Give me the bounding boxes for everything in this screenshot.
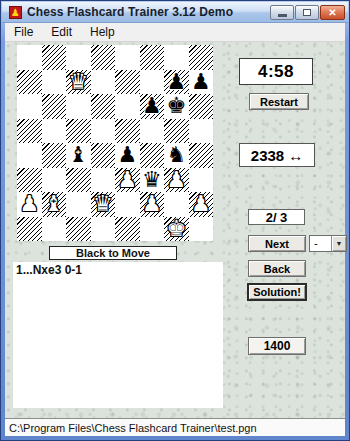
- menu-file[interactable]: File: [5, 23, 42, 41]
- square-e4[interactable]: ♟: [115, 143, 140, 168]
- maximize-icon: [303, 9, 311, 16]
- square-a1[interactable]: [17, 217, 42, 242]
- square-b2[interactable]: ♝: [42, 192, 67, 217]
- square-c6[interactable]: [66, 94, 91, 119]
- timer-display: 4:58: [239, 58, 313, 85]
- square-b5[interactable]: [42, 119, 67, 144]
- square-e5[interactable]: [115, 119, 140, 144]
- square-a2[interactable]: ♟: [17, 192, 42, 217]
- square-e3[interactable]: ♟: [115, 168, 140, 193]
- square-f3[interactable]: ♛: [140, 168, 165, 193]
- menu-edit[interactable]: Edit: [42, 23, 81, 41]
- square-d2[interactable]: ♛: [91, 192, 116, 217]
- close-button[interactable]: ✕: [320, 5, 345, 20]
- square-g2[interactable]: [164, 192, 189, 217]
- status-path: C:\Program Files\Chess Flashcard Trainer…: [9, 422, 257, 434]
- piece-white-queen-c7[interactable]: ♛: [68, 70, 88, 94]
- square-e1[interactable]: [115, 217, 140, 242]
- square-c1[interactable]: [66, 217, 91, 242]
- square-d4[interactable]: [91, 143, 116, 168]
- left-right-arrow-icon: ↔: [288, 147, 303, 164]
- puzzle-rating-display: 2338 ↔: [239, 143, 315, 167]
- square-g3[interactable]: ♟: [164, 168, 189, 193]
- square-g7[interactable]: ♟: [164, 70, 189, 95]
- square-d6[interactable]: [91, 94, 116, 119]
- app-window: ♟ Chess Flashcard Trainer 3.12 Demo ✕ Fi…: [0, 0, 350, 441]
- menu-help[interactable]: Help: [81, 23, 124, 41]
- next-button[interactable]: Next: [248, 235, 306, 252]
- square-b1[interactable]: [42, 217, 67, 242]
- chevron-down-icon[interactable]: ▼: [331, 236, 346, 251]
- square-c4[interactable]: ♝: [66, 143, 91, 168]
- square-h5[interactable]: [189, 119, 214, 144]
- piece-black-king-g6[interactable]: ♚: [166, 94, 186, 118]
- status-bar: C:\Program Files\Chess Flashcard Trainer…: [5, 418, 345, 436]
- square-h7[interactable]: ♟: [189, 70, 214, 95]
- square-e8[interactable]: [115, 45, 140, 70]
- square-d5[interactable]: [91, 119, 116, 144]
- move-list[interactable]: 1...Nxe3 0-1: [13, 262, 223, 408]
- maximize-button[interactable]: [295, 5, 319, 20]
- square-g6[interactable]: ♚: [164, 94, 189, 119]
- square-b7[interactable]: [42, 70, 67, 95]
- square-c8[interactable]: [66, 45, 91, 70]
- puzzle-rating-value: 2338: [251, 147, 284, 164]
- app-icon: ♟: [9, 6, 22, 19]
- square-c7[interactable]: ♛: [66, 70, 91, 95]
- square-f7[interactable]: [140, 70, 165, 95]
- piece-black-pawn-e4[interactable]: ♟: [117, 143, 137, 167]
- square-b4[interactable]: [42, 143, 67, 168]
- square-h4[interactable]: [189, 143, 214, 168]
- square-f5[interactable]: [140, 119, 165, 144]
- title-bar[interactable]: ♟ Chess Flashcard Trainer 3.12 Demo ✕: [2, 2, 348, 23]
- square-f2[interactable]: ♟: [140, 192, 165, 217]
- square-h1[interactable]: [189, 217, 214, 242]
- square-a4[interactable]: [17, 143, 42, 168]
- piece-black-pawn-g7[interactable]: ♟: [166, 70, 186, 94]
- square-a5[interactable]: [17, 119, 42, 144]
- square-a7[interactable]: [17, 70, 42, 95]
- piece-black-knight-g4[interactable]: ♞: [166, 143, 186, 167]
- square-c3[interactable]: [66, 168, 91, 193]
- square-f4[interactable]: [140, 143, 165, 168]
- piece-black-pawn-h7[interactable]: ♟: [191, 70, 211, 94]
- square-e7[interactable]: [115, 70, 140, 95]
- puzzle-counter-value: 2/ 3: [266, 210, 288, 225]
- square-h3[interactable]: [189, 168, 214, 193]
- square-f6[interactable]: ♟: [140, 94, 165, 119]
- square-b8[interactable]: [42, 45, 67, 70]
- square-c2[interactable]: [66, 192, 91, 217]
- dropdown-value: -: [310, 236, 331, 251]
- close-icon: ✕: [328, 7, 336, 18]
- restart-button[interactable]: Restart: [249, 93, 309, 110]
- square-d1[interactable]: [91, 217, 116, 242]
- square-d3[interactable]: [91, 168, 116, 193]
- square-g5[interactable]: [164, 119, 189, 144]
- piece-black-queen-f3[interactable]: ♛: [142, 168, 162, 192]
- square-g4[interactable]: ♞: [164, 143, 189, 168]
- piece-white-pawn-a2[interactable]: ♟: [19, 192, 39, 216]
- square-e2[interactable]: [115, 192, 140, 217]
- square-g1[interactable]: ♚: [164, 217, 189, 242]
- user-rating-button[interactable]: 1400: [248, 337, 306, 355]
- solution-button[interactable]: Solution!: [247, 283, 307, 301]
- to-move-label: Black to Move: [49, 246, 177, 260]
- piece-white-bishop-b2[interactable]: ♝: [44, 192, 64, 216]
- piece-white-king-g1[interactable]: ♚: [166, 217, 186, 241]
- piece-white-pawn-h2[interactable]: ♟: [191, 192, 211, 216]
- square-a3[interactable]: [17, 168, 42, 193]
- piece-white-pawn-f2[interactable]: ♟: [142, 192, 162, 216]
- minimize-icon: [278, 14, 287, 17]
- piece-white-queen-d2[interactable]: ♛: [93, 192, 113, 216]
- minimize-button[interactable]: [270, 5, 294, 20]
- square-a8[interactable]: [17, 45, 42, 70]
- back-button[interactable]: Back: [248, 260, 306, 277]
- piece-black-bishop-c4[interactable]: ♝: [68, 143, 88, 167]
- square-d7[interactable]: [91, 70, 116, 95]
- square-c5[interactable]: [66, 119, 91, 144]
- square-f8[interactable]: [140, 45, 165, 70]
- chess-board[interactable]: ♛♟♟♟♚♝♟♞♟♛♟♟♝♛♟♟♚: [17, 45, 213, 241]
- square-h6[interactable]: [189, 94, 214, 119]
- puzzle-select-dropdown[interactable]: - ▼: [309, 235, 347, 252]
- piece-white-pawn-e3[interactable]: ♟: [117, 168, 137, 192]
- window-title: Chess Flashcard Trainer 3.12 Demo: [27, 5, 233, 19]
- timer-value: 4:58: [258, 62, 294, 82]
- square-h8[interactable]: [189, 45, 214, 70]
- square-b6[interactable]: [42, 94, 67, 119]
- puzzle-counter: 2/ 3: [248, 209, 305, 225]
- square-g8[interactable]: [164, 45, 189, 70]
- move-text: 1...Nxe3 0-1: [16, 263, 82, 277]
- square-d8[interactable]: [91, 45, 116, 70]
- piece-black-pawn-f6[interactable]: ♟: [142, 94, 162, 118]
- square-a6[interactable]: [17, 94, 42, 119]
- square-h2[interactable]: ♟: [189, 192, 214, 217]
- client-area: ♛♟♟♟♚♝♟♞♟♛♟♟♝♛♟♟♚ Black to Move 1...Nxe3…: [5, 42, 345, 418]
- square-e6[interactable]: [115, 94, 140, 119]
- menu-bar: File Edit Help: [5, 23, 345, 42]
- square-f1[interactable]: [140, 217, 165, 242]
- square-b3[interactable]: [42, 168, 67, 193]
- piece-white-pawn-g3[interactable]: ♟: [166, 168, 186, 192]
